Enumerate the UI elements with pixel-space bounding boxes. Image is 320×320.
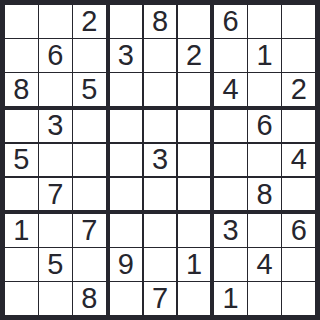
given-cell-r3c1: 8 <box>5 73 38 106</box>
empty-cell-r5c6[interactable] <box>178 144 211 177</box>
sudoku-box-8: 917 <box>110 214 211 315</box>
empty-cell-r3c6[interactable] <box>178 73 211 106</box>
empty-cell-r1c9[interactable] <box>282 5 315 38</box>
empty-cell-r6c3[interactable] <box>73 178 106 211</box>
given-cell-r5c5: 3 <box>144 144 177 177</box>
empty-cell-r2c1[interactable] <box>5 39 38 72</box>
empty-cell-r4c4[interactable] <box>110 110 143 143</box>
empty-cell-r8c7[interactable] <box>214 248 247 281</box>
empty-cell-r1c8[interactable] <box>248 5 281 38</box>
empty-cell-r6c4[interactable] <box>110 178 143 211</box>
given-cell-r8c2: 5 <box>39 248 72 281</box>
given-cell-r8c6: 1 <box>178 248 211 281</box>
empty-cell-r4c9[interactable] <box>282 110 315 143</box>
sudoku-box-9: 3641 <box>214 214 315 315</box>
empty-cell-r5c8[interactable] <box>248 144 281 177</box>
empty-cell-r8c9[interactable] <box>282 248 315 281</box>
empty-cell-r7c6[interactable] <box>178 214 211 247</box>
given-cell-r6c8: 8 <box>248 178 281 211</box>
sudoku-box-1: 2685 <box>5 5 106 106</box>
empty-cell-r3c5[interactable] <box>144 73 177 106</box>
empty-cell-r4c6[interactable] <box>178 110 211 143</box>
empty-cell-r8c5[interactable] <box>144 248 177 281</box>
sudoku-box-5: 3 <box>110 110 211 211</box>
given-cell-r2c8: 1 <box>248 39 281 72</box>
empty-cell-r9c2[interactable] <box>39 282 72 315</box>
given-cell-r8c8: 4 <box>248 248 281 281</box>
empty-cell-r6c1[interactable] <box>5 178 38 211</box>
empty-cell-r3c4[interactable] <box>110 73 143 106</box>
given-cell-r7c1: 1 <box>5 214 38 247</box>
given-cell-r8c4: 9 <box>110 248 143 281</box>
empty-cell-r4c3[interactable] <box>73 110 106 143</box>
given-cell-r1c3: 2 <box>73 5 106 38</box>
sudoku-box-4: 357 <box>5 110 106 211</box>
empty-cell-r4c7[interactable] <box>214 110 247 143</box>
empty-cell-r8c1[interactable] <box>5 248 38 281</box>
empty-cell-r3c8[interactable] <box>248 73 281 106</box>
empty-cell-r9c4[interactable] <box>110 282 143 315</box>
empty-cell-r7c2[interactable] <box>39 214 72 247</box>
empty-cell-r1c4[interactable] <box>110 5 143 38</box>
empty-cell-r6c7[interactable] <box>214 178 247 211</box>
empty-cell-r2c9[interactable] <box>282 39 315 72</box>
given-cell-r3c3: 5 <box>73 73 106 106</box>
sudoku-box-2: 832 <box>110 5 211 106</box>
empty-cell-r1c1[interactable] <box>5 5 38 38</box>
empty-cell-r6c9[interactable] <box>282 178 315 211</box>
empty-cell-r5c3[interactable] <box>73 144 106 177</box>
empty-cell-r4c1[interactable] <box>5 110 38 143</box>
empty-cell-r2c3[interactable] <box>73 39 106 72</box>
empty-cell-r1c2[interactable] <box>39 5 72 38</box>
given-cell-r1c5: 8 <box>144 5 177 38</box>
empty-cell-r7c5[interactable] <box>144 214 177 247</box>
empty-cell-r9c6[interactable] <box>178 282 211 315</box>
empty-cell-r8c3[interactable] <box>73 248 106 281</box>
empty-cell-r5c7[interactable] <box>214 144 247 177</box>
given-cell-r4c8: 6 <box>248 110 281 143</box>
empty-cell-r9c1[interactable] <box>5 282 38 315</box>
empty-cell-r9c9[interactable] <box>282 282 315 315</box>
given-cell-r5c1: 5 <box>5 144 38 177</box>
empty-cell-r7c8[interactable] <box>248 214 281 247</box>
empty-cell-r6c5[interactable] <box>144 178 177 211</box>
given-cell-r7c3: 7 <box>73 214 106 247</box>
given-cell-r9c5: 7 <box>144 282 177 315</box>
given-cell-r5c9: 4 <box>282 144 315 177</box>
empty-cell-r9c8[interactable] <box>248 282 281 315</box>
empty-cell-r3c2[interactable] <box>39 73 72 106</box>
given-cell-r2c2: 6 <box>39 39 72 72</box>
given-cell-r2c4: 3 <box>110 39 143 72</box>
given-cell-r2c6: 2 <box>178 39 211 72</box>
sudoku-box-3: 6142 <box>214 5 315 106</box>
sudoku-box-6: 648 <box>214 110 315 211</box>
given-cell-r6c2: 7 <box>39 178 72 211</box>
empty-cell-r5c4[interactable] <box>110 144 143 177</box>
given-cell-r3c7: 4 <box>214 73 247 106</box>
empty-cell-r2c7[interactable] <box>214 39 247 72</box>
given-cell-r9c3: 8 <box>73 282 106 315</box>
empty-cell-r4c5[interactable] <box>144 110 177 143</box>
given-cell-r9c7: 1 <box>214 282 247 315</box>
empty-cell-r5c2[interactable] <box>39 144 72 177</box>
given-cell-r4c2: 3 <box>39 110 72 143</box>
empty-cell-r6c6[interactable] <box>178 178 211 211</box>
given-cell-r3c9: 2 <box>282 73 315 106</box>
given-cell-r7c7: 3 <box>214 214 247 247</box>
empty-cell-r7c4[interactable] <box>110 214 143 247</box>
empty-cell-r2c5[interactable] <box>144 39 177 72</box>
sudoku-box-7: 1758 <box>5 214 106 315</box>
empty-cell-r1c6[interactable] <box>178 5 211 38</box>
sudoku-board: 26858326142357364817589173641 <box>0 0 320 320</box>
given-cell-r7c9: 6 <box>282 214 315 247</box>
given-cell-r1c7: 6 <box>214 5 247 38</box>
